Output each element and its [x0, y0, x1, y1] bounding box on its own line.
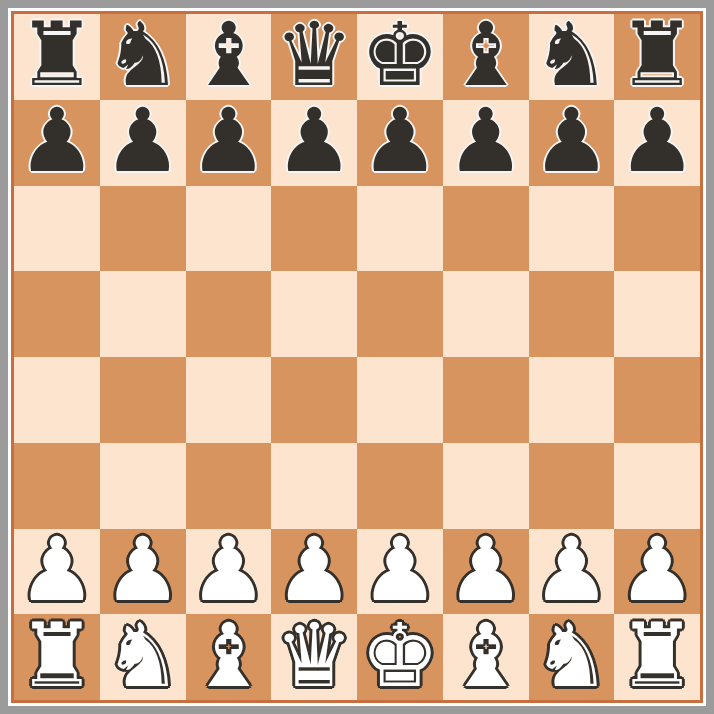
square-g8[interactable]: ♞	[529, 14, 615, 100]
piece-black-rook[interactable]: ♜	[618, 12, 697, 97]
square-g3[interactable]	[529, 443, 615, 529]
piece-white-pawn[interactable]: ♟	[17, 527, 96, 612]
square-g7[interactable]: ♟	[529, 100, 615, 186]
board-frame-gray: ♜♞♝♛♚♝♞♜♟♟♟♟♟♟♟♟♟♟♟♟♟♟♟♟♜♞♝♛♚♝♞♜	[0, 0, 714, 714]
square-c5[interactable]	[186, 271, 272, 357]
square-e5[interactable]	[357, 271, 443, 357]
piece-white-pawn[interactable]: ♟	[103, 527, 182, 612]
piece-black-rook[interactable]: ♜	[17, 12, 96, 97]
piece-black-bishop[interactable]: ♝	[446, 12, 525, 97]
square-e4[interactable]	[357, 357, 443, 443]
square-d4[interactable]	[271, 357, 357, 443]
square-d6[interactable]	[271, 186, 357, 272]
chess-board: ♜♞♝♛♚♝♞♜♟♟♟♟♟♟♟♟♟♟♟♟♟♟♟♟♜♞♝♛♚♝♞♜	[14, 14, 700, 700]
piece-white-pawn[interactable]: ♟	[618, 527, 697, 612]
piece-white-pawn[interactable]: ♟	[275, 527, 354, 612]
square-f3[interactable]	[443, 443, 529, 529]
square-d1[interactable]: ♛	[271, 614, 357, 700]
square-h4[interactable]	[614, 357, 700, 443]
piece-white-knight[interactable]: ♞	[532, 613, 611, 698]
piece-black-pawn[interactable]: ♟	[532, 98, 611, 183]
square-f1[interactable]: ♝	[443, 614, 529, 700]
square-h7[interactable]: ♟	[614, 100, 700, 186]
square-f4[interactable]	[443, 357, 529, 443]
square-b5[interactable]	[100, 271, 186, 357]
board-frame-inner-line: ♜♞♝♛♚♝♞♜♟♟♟♟♟♟♟♟♟♟♟♟♟♟♟♟♜♞♝♛♚♝♞♜	[11, 11, 703, 703]
square-f8[interactable]: ♝	[443, 14, 529, 100]
square-c2[interactable]: ♟	[186, 529, 272, 615]
piece-black-pawn[interactable]: ♟	[360, 98, 439, 183]
square-a8[interactable]: ♜	[14, 14, 100, 100]
square-e1[interactable]: ♚	[357, 614, 443, 700]
piece-black-pawn[interactable]: ♟	[17, 98, 96, 183]
square-c3[interactable]	[186, 443, 272, 529]
square-g1[interactable]: ♞	[529, 614, 615, 700]
square-c6[interactable]	[186, 186, 272, 272]
square-h6[interactable]	[614, 186, 700, 272]
square-h8[interactable]: ♜	[614, 14, 700, 100]
square-b3[interactable]	[100, 443, 186, 529]
piece-black-knight[interactable]: ♞	[532, 12, 611, 97]
piece-white-pawn[interactable]: ♟	[360, 527, 439, 612]
square-c7[interactable]: ♟	[186, 100, 272, 186]
piece-white-knight[interactable]: ♞	[103, 613, 182, 698]
square-a6[interactable]	[14, 186, 100, 272]
square-a2[interactable]: ♟	[14, 529, 100, 615]
square-a4[interactable]	[14, 357, 100, 443]
square-a3[interactable]	[14, 443, 100, 529]
square-b1[interactable]: ♞	[100, 614, 186, 700]
square-b6[interactable]	[100, 186, 186, 272]
piece-black-knight[interactable]: ♞	[103, 12, 182, 97]
piece-white-queen[interactable]: ♛	[275, 613, 354, 698]
piece-white-pawn[interactable]: ♟	[189, 527, 268, 612]
square-b4[interactable]	[100, 357, 186, 443]
square-g6[interactable]	[529, 186, 615, 272]
piece-white-king[interactable]: ♚	[360, 613, 439, 698]
board-frame-white-line: ♜♞♝♛♚♝♞♜♟♟♟♟♟♟♟♟♟♟♟♟♟♟♟♟♜♞♝♛♚♝♞♜	[8, 8, 706, 706]
piece-white-rook[interactable]: ♜	[618, 613, 697, 698]
square-d8[interactable]: ♛	[271, 14, 357, 100]
square-b2[interactable]: ♟	[100, 529, 186, 615]
square-e8[interactable]: ♚	[357, 14, 443, 100]
square-c4[interactable]	[186, 357, 272, 443]
square-g5[interactable]	[529, 271, 615, 357]
square-a5[interactable]	[14, 271, 100, 357]
piece-black-pawn[interactable]: ♟	[618, 98, 697, 183]
square-d3[interactable]	[271, 443, 357, 529]
piece-white-bishop[interactable]: ♝	[446, 613, 525, 698]
piece-white-rook[interactable]: ♜	[17, 613, 96, 698]
square-c1[interactable]: ♝	[186, 614, 272, 700]
square-d2[interactable]: ♟	[271, 529, 357, 615]
square-e6[interactable]	[357, 186, 443, 272]
square-c8[interactable]: ♝	[186, 14, 272, 100]
piece-white-pawn[interactable]: ♟	[532, 527, 611, 612]
square-a1[interactable]: ♜	[14, 614, 100, 700]
square-b7[interactable]: ♟	[100, 100, 186, 186]
piece-black-pawn[interactable]: ♟	[275, 98, 354, 183]
piece-black-pawn[interactable]: ♟	[446, 98, 525, 183]
square-e2[interactable]: ♟	[357, 529, 443, 615]
piece-black-pawn[interactable]: ♟	[103, 98, 182, 183]
square-e3[interactable]	[357, 443, 443, 529]
square-f6[interactable]	[443, 186, 529, 272]
piece-white-bishop[interactable]: ♝	[189, 613, 268, 698]
square-f2[interactable]: ♟	[443, 529, 529, 615]
piece-black-bishop[interactable]: ♝	[189, 12, 268, 97]
piece-black-pawn[interactable]: ♟	[189, 98, 268, 183]
square-a7[interactable]: ♟	[14, 100, 100, 186]
piece-black-king[interactable]: ♚	[360, 12, 439, 97]
square-g2[interactable]: ♟	[529, 529, 615, 615]
square-g4[interactable]	[529, 357, 615, 443]
piece-white-pawn[interactable]: ♟	[446, 527, 525, 612]
square-b8[interactable]: ♞	[100, 14, 186, 100]
square-f7[interactable]: ♟	[443, 100, 529, 186]
piece-black-queen[interactable]: ♛	[275, 12, 354, 97]
square-h3[interactable]	[614, 443, 700, 529]
square-d7[interactable]: ♟	[271, 100, 357, 186]
square-h2[interactable]: ♟	[614, 529, 700, 615]
square-h5[interactable]	[614, 271, 700, 357]
square-e7[interactable]: ♟	[357, 100, 443, 186]
square-f5[interactable]	[443, 271, 529, 357]
square-h1[interactable]: ♜	[614, 614, 700, 700]
square-d5[interactable]	[271, 271, 357, 357]
